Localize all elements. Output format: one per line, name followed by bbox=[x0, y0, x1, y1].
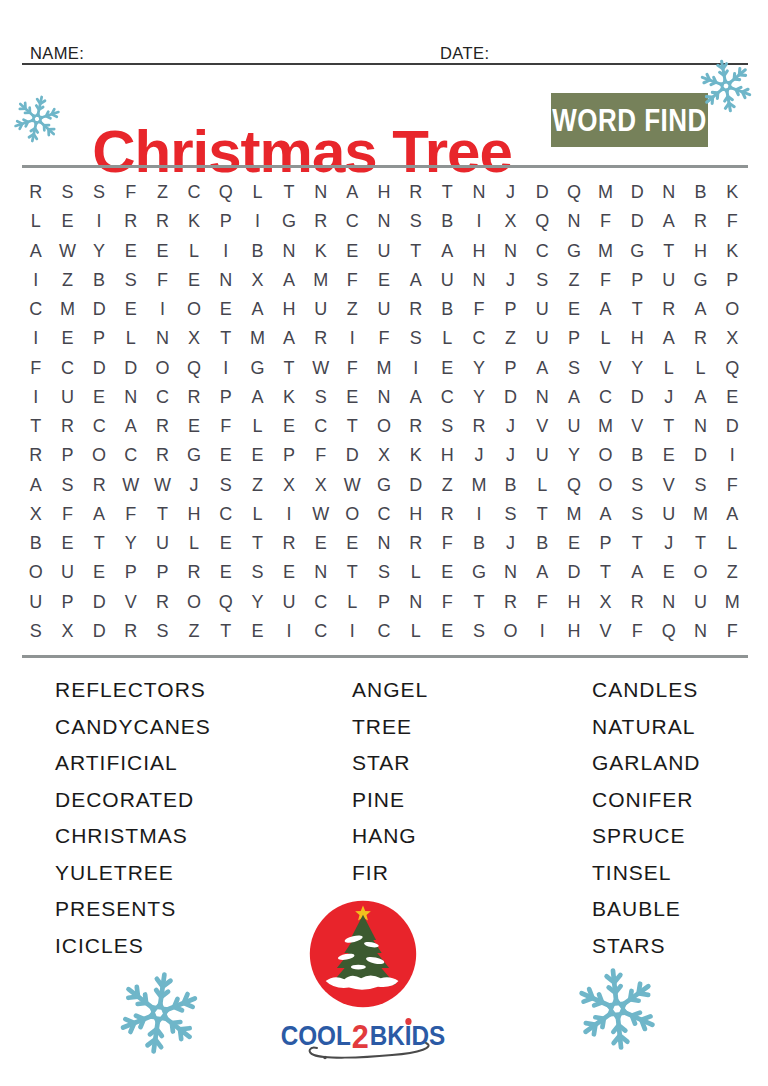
grid-cell[interactable]: E bbox=[210, 441, 242, 470]
grid-cell[interactable]: F bbox=[337, 354, 369, 383]
grid-cell[interactable]: F bbox=[716, 617, 748, 646]
grid-cell[interactable]: Y bbox=[242, 588, 274, 617]
grid-cell[interactable]: B bbox=[685, 178, 717, 207]
grid-cell[interactable]: R bbox=[685, 207, 717, 236]
grid-cell[interactable]: A bbox=[590, 500, 622, 529]
grid-cell[interactable]: L bbox=[400, 558, 432, 587]
grid-cell[interactable]: P bbox=[147, 558, 179, 587]
word-item[interactable]: STARS bbox=[592, 928, 701, 965]
grid-cell[interactable]: L bbox=[685, 354, 717, 383]
grid-cell[interactable]: K bbox=[273, 383, 305, 412]
grid-cell[interactable]: P bbox=[210, 207, 242, 236]
grid-cell[interactable]: A bbox=[716, 500, 748, 529]
grid-cell[interactable]: Y bbox=[463, 383, 495, 412]
grid-cell[interactable]: A bbox=[337, 178, 369, 207]
grid-cell[interactable]: I bbox=[20, 266, 52, 295]
grid-cell[interactable]: Z bbox=[178, 617, 210, 646]
grid-cell[interactable]: B bbox=[242, 237, 274, 266]
grid-cell[interactable]: K bbox=[400, 441, 432, 470]
grid-cell[interactable]: D bbox=[685, 441, 717, 470]
grid-cell[interactable]: P bbox=[590, 529, 622, 558]
grid-cell[interactable]: X bbox=[178, 324, 210, 353]
grid-cell[interactable]: E bbox=[653, 441, 685, 470]
grid-cell[interactable]: U bbox=[431, 266, 463, 295]
grid-cell[interactable]: N bbox=[526, 383, 558, 412]
grid-cell[interactable]: U bbox=[653, 266, 685, 295]
grid-cell[interactable]: S bbox=[558, 354, 590, 383]
grid-cell[interactable]: P bbox=[558, 324, 590, 353]
grid-cell[interactable]: Z bbox=[716, 558, 748, 587]
grid-cell[interactable]: H bbox=[558, 617, 590, 646]
word-item[interactable]: PINE bbox=[352, 782, 428, 819]
grid-cell[interactable]: E bbox=[653, 558, 685, 587]
grid-cell[interactable]: N bbox=[685, 617, 717, 646]
grid-cell[interactable]: X bbox=[242, 266, 274, 295]
grid-cell[interactable]: M bbox=[463, 471, 495, 500]
grid-cell[interactable]: U bbox=[526, 295, 558, 324]
grid-cell[interactable]: V bbox=[526, 412, 558, 441]
grid-cell[interactable]: D bbox=[115, 354, 147, 383]
grid-cell[interactable]: R bbox=[115, 207, 147, 236]
grid-cell[interactable]: T bbox=[83, 529, 115, 558]
grid-cell[interactable]: T bbox=[653, 412, 685, 441]
grid-cell[interactable]: S bbox=[368, 558, 400, 587]
grid-cell[interactable]: L bbox=[242, 500, 274, 529]
word-item[interactable]: BAUBLE bbox=[592, 891, 701, 928]
grid-cell[interactable]: Y bbox=[463, 354, 495, 383]
grid-cell[interactable]: L bbox=[20, 207, 52, 236]
grid-cell[interactable]: H bbox=[400, 500, 432, 529]
grid-cell[interactable]: E bbox=[178, 412, 210, 441]
grid-cell[interactable]: U bbox=[526, 441, 558, 470]
grid-cell[interactable]: G bbox=[368, 471, 400, 500]
grid-cell[interactable]: F bbox=[115, 178, 147, 207]
grid-cell[interactable]: M bbox=[590, 178, 622, 207]
grid-cell[interactable]: Q bbox=[526, 207, 558, 236]
grid-cell[interactable]: J bbox=[653, 383, 685, 412]
grid-cell[interactable]: F bbox=[20, 354, 52, 383]
word-item[interactable]: ICICLES bbox=[55, 928, 211, 965]
grid-cell[interactable]: L bbox=[590, 324, 622, 353]
grid-cell[interactable]: D bbox=[558, 558, 590, 587]
name-date-line[interactable] bbox=[22, 63, 748, 65]
grid-cell[interactable]: O bbox=[495, 617, 527, 646]
grid-cell[interactable]: X bbox=[305, 471, 337, 500]
grid-cell[interactable]: C bbox=[305, 617, 337, 646]
grid-cell[interactable]: W bbox=[337, 471, 369, 500]
grid-cell[interactable]: J bbox=[495, 178, 527, 207]
grid-cell[interactable]: T bbox=[20, 412, 52, 441]
grid-cell[interactable]: E bbox=[273, 412, 305, 441]
grid-cell[interactable]: P bbox=[716, 266, 748, 295]
grid-cell[interactable]: O bbox=[590, 441, 622, 470]
grid-cell[interactable]: Z bbox=[337, 295, 369, 324]
grid-cell[interactable]: L bbox=[431, 324, 463, 353]
grid-cell[interactable]: E bbox=[242, 441, 274, 470]
grid-cell[interactable]: L bbox=[653, 354, 685, 383]
grid-cell[interactable]: M bbox=[716, 588, 748, 617]
grid-cell[interactable]: R bbox=[495, 588, 527, 617]
grid-cell[interactable]: B bbox=[431, 295, 463, 324]
grid-cell[interactable]: N bbox=[558, 207, 590, 236]
grid-cell[interactable]: E bbox=[147, 237, 179, 266]
grid-cell[interactable]: A bbox=[685, 295, 717, 324]
grid-cell[interactable]: J bbox=[495, 266, 527, 295]
grid-cell[interactable]: G bbox=[621, 237, 653, 266]
grid-cell[interactable]: Q bbox=[558, 178, 590, 207]
grid-cell[interactable]: I bbox=[337, 324, 369, 353]
grid-cell[interactable]: I bbox=[83, 207, 115, 236]
grid-cell[interactable]: A bbox=[400, 383, 432, 412]
grid-cell[interactable]: T bbox=[621, 529, 653, 558]
grid-cell[interactable]: E bbox=[115, 237, 147, 266]
grid-cell[interactable]: A bbox=[242, 295, 274, 324]
grid-cell[interactable]: O bbox=[147, 354, 179, 383]
grid-cell[interactable]: N bbox=[115, 383, 147, 412]
grid-cell[interactable]: X bbox=[52, 617, 84, 646]
grid-cell[interactable]: B bbox=[83, 266, 115, 295]
grid-cell[interactable]: I bbox=[20, 324, 52, 353]
grid-cell[interactable]: E bbox=[210, 295, 242, 324]
grid-cell[interactable]: V bbox=[590, 617, 622, 646]
grid-cell[interactable]: S bbox=[685, 471, 717, 500]
grid-cell[interactable]: T bbox=[526, 500, 558, 529]
grid-cell[interactable]: J bbox=[495, 529, 527, 558]
grid-cell[interactable]: D bbox=[83, 588, 115, 617]
grid-cell[interactable]: S bbox=[52, 471, 84, 500]
grid-cell[interactable]: R bbox=[400, 529, 432, 558]
grid-cell[interactable]: I bbox=[242, 207, 274, 236]
grid-cell[interactable]: M bbox=[590, 412, 622, 441]
grid-cell[interactable]: M bbox=[242, 324, 274, 353]
grid-cell[interactable]: T bbox=[210, 324, 242, 353]
grid-cell[interactable]: O bbox=[83, 441, 115, 470]
grid-cell[interactable]: I bbox=[147, 295, 179, 324]
grid-cell[interactable]: R bbox=[400, 412, 432, 441]
grid-cell[interactable]: O bbox=[337, 500, 369, 529]
grid-cell[interactable]: S bbox=[242, 558, 274, 587]
grid-cell[interactable]: T bbox=[337, 558, 369, 587]
grid-cell[interactable]: E bbox=[52, 207, 84, 236]
word-item[interactable]: FIR bbox=[352, 855, 428, 892]
grid-cell[interactable]: Q bbox=[653, 617, 685, 646]
grid-cell[interactable]: C bbox=[463, 324, 495, 353]
grid-cell[interactable]: C bbox=[178, 178, 210, 207]
grid-cell[interactable]: Q bbox=[178, 354, 210, 383]
grid-cell[interactable]: J bbox=[463, 441, 495, 470]
grid-cell[interactable]: P bbox=[210, 383, 242, 412]
grid-cell[interactable]: R bbox=[147, 207, 179, 236]
grid-cell[interactable]: F bbox=[621, 617, 653, 646]
word-item[interactable]: CHRISTMAS bbox=[55, 818, 211, 855]
grid-cell[interactable]: J bbox=[653, 529, 685, 558]
grid-cell[interactable]: U bbox=[273, 588, 305, 617]
grid-cell[interactable]: P bbox=[115, 558, 147, 587]
grid-cell[interactable]: Z bbox=[558, 266, 590, 295]
grid-cell[interactable]: R bbox=[305, 207, 337, 236]
grid-cell[interactable]: X bbox=[716, 324, 748, 353]
grid-cell[interactable]: H bbox=[368, 178, 400, 207]
grid-cell[interactable]: E bbox=[337, 383, 369, 412]
grid-cell[interactable]: N bbox=[210, 266, 242, 295]
grid-cell[interactable]: U bbox=[20, 588, 52, 617]
grid-cell[interactable]: T bbox=[210, 617, 242, 646]
word-item[interactable]: CONIFER bbox=[592, 782, 701, 819]
grid-cell[interactable]: Z bbox=[147, 178, 179, 207]
grid-cell[interactable]: F bbox=[210, 412, 242, 441]
grid-cell[interactable]: O bbox=[368, 412, 400, 441]
grid-cell[interactable]: J bbox=[178, 471, 210, 500]
grid-cell[interactable]: T bbox=[685, 529, 717, 558]
grid-cell[interactable]: L bbox=[242, 178, 274, 207]
grid-cell[interactable]: Q bbox=[210, 588, 242, 617]
grid-cell[interactable]: Q bbox=[210, 178, 242, 207]
grid-cell[interactable]: A bbox=[431, 237, 463, 266]
grid-cell[interactable]: U bbox=[368, 237, 400, 266]
grid-cell[interactable]: C bbox=[368, 500, 400, 529]
word-item[interactable]: GARLAND bbox=[592, 745, 701, 782]
grid-cell[interactable]: R bbox=[273, 529, 305, 558]
grid-cell[interactable]: V bbox=[621, 412, 653, 441]
grid-cell[interactable]: R bbox=[20, 441, 52, 470]
grid-cell[interactable]: E bbox=[337, 237, 369, 266]
grid-cell[interactable]: E bbox=[242, 617, 274, 646]
grid-cell[interactable]: T bbox=[273, 354, 305, 383]
grid-cell[interactable]: C bbox=[305, 412, 337, 441]
grid-cell[interactable]: A bbox=[653, 324, 685, 353]
grid-cell[interactable]: Y bbox=[115, 529, 147, 558]
grid-cell[interactable]: T bbox=[242, 529, 274, 558]
grid-cell[interactable]: N bbox=[463, 178, 495, 207]
grid-cell[interactable]: R bbox=[83, 471, 115, 500]
grid-cell[interactable]: D bbox=[83, 354, 115, 383]
grid-cell[interactable]: S bbox=[463, 617, 495, 646]
grid-cell[interactable]: G bbox=[685, 266, 717, 295]
grid-cell[interactable]: V bbox=[653, 471, 685, 500]
grid-cell[interactable]: R bbox=[463, 412, 495, 441]
grid-cell[interactable]: F bbox=[716, 207, 748, 236]
grid-cell[interactable]: W bbox=[115, 471, 147, 500]
grid-cell[interactable]: E bbox=[83, 383, 115, 412]
grid-cell[interactable]: P bbox=[273, 441, 305, 470]
grid-cell[interactable]: C bbox=[210, 500, 242, 529]
grid-cell[interactable]: E bbox=[558, 295, 590, 324]
grid-cell[interactable]: K bbox=[716, 178, 748, 207]
grid-cell[interactable]: E bbox=[431, 354, 463, 383]
grid-cell[interactable]: P bbox=[52, 588, 84, 617]
grid-cell[interactable]: O bbox=[20, 558, 52, 587]
grid-cell[interactable]: B bbox=[463, 529, 495, 558]
grid-cell[interactable]: I bbox=[463, 207, 495, 236]
grid-cell[interactable]: A bbox=[273, 266, 305, 295]
grid-cell[interactable]: U bbox=[368, 295, 400, 324]
word-item[interactable]: DECORATED bbox=[55, 782, 211, 819]
grid-cell[interactable]: V bbox=[115, 588, 147, 617]
grid-cell[interactable]: A bbox=[621, 558, 653, 587]
grid-cell[interactable]: F bbox=[368, 324, 400, 353]
grid-cell[interactable]: E bbox=[115, 295, 147, 324]
grid-cell[interactable]: U bbox=[147, 529, 179, 558]
grid-cell[interactable]: E bbox=[210, 558, 242, 587]
grid-cell[interactable]: D bbox=[83, 295, 115, 324]
grid-cell[interactable]: R bbox=[653, 295, 685, 324]
grid-cell[interactable]: I bbox=[20, 383, 52, 412]
grid-cell[interactable]: H bbox=[621, 324, 653, 353]
grid-cell[interactable]: C bbox=[20, 295, 52, 324]
grid-cell[interactable]: A bbox=[526, 354, 558, 383]
grid-cell[interactable]: N bbox=[653, 178, 685, 207]
grid-cell[interactable]: S bbox=[431, 412, 463, 441]
grid-cell[interactable]: W bbox=[305, 500, 337, 529]
grid-cell[interactable]: T bbox=[400, 237, 432, 266]
grid-cell[interactable]: B bbox=[20, 529, 52, 558]
grid-cell[interactable]: L bbox=[115, 324, 147, 353]
grid-cell[interactable]: F bbox=[115, 500, 147, 529]
grid-cell[interactable]: R bbox=[685, 324, 717, 353]
grid-cell[interactable]: S bbox=[495, 500, 527, 529]
grid-cell[interactable]: W bbox=[147, 471, 179, 500]
grid-cell[interactable]: F bbox=[431, 529, 463, 558]
grid-cell[interactable]: L bbox=[242, 412, 274, 441]
grid-cell[interactable]: C bbox=[52, 354, 84, 383]
grid-cell[interactable]: T bbox=[463, 588, 495, 617]
grid-cell[interactable]: I bbox=[400, 354, 432, 383]
grid-cell[interactable]: H bbox=[178, 500, 210, 529]
grid-cell[interactable]: S bbox=[621, 500, 653, 529]
grid-cell[interactable]: A bbox=[400, 266, 432, 295]
grid-cell[interactable]: U bbox=[305, 295, 337, 324]
word-item[interactable]: TINSEL bbox=[592, 855, 701, 892]
word-item[interactable]: NATURAL bbox=[592, 709, 701, 746]
grid-cell[interactable]: K bbox=[305, 237, 337, 266]
grid-cell[interactable]: T bbox=[653, 237, 685, 266]
grid-cell[interactable]: C bbox=[590, 383, 622, 412]
grid-cell[interactable]: U bbox=[653, 500, 685, 529]
grid-cell[interactable]: F bbox=[147, 266, 179, 295]
grid-cell[interactable]: L bbox=[178, 529, 210, 558]
grid-cell[interactable]: V bbox=[590, 354, 622, 383]
grid-cell[interactable]: Q bbox=[558, 471, 590, 500]
grid-cell[interactable]: Z bbox=[431, 471, 463, 500]
grid-cell[interactable]: R bbox=[147, 441, 179, 470]
grid-cell[interactable]: G bbox=[463, 558, 495, 587]
grid-cell[interactable]: F bbox=[716, 471, 748, 500]
word-item[interactable]: STAR bbox=[352, 745, 428, 782]
grid-cell[interactable]: C bbox=[115, 441, 147, 470]
grid-cell[interactable]: P bbox=[495, 295, 527, 324]
grid-cell[interactable]: N bbox=[273, 237, 305, 266]
word-item[interactable]: CANDYCANES bbox=[55, 709, 211, 746]
grid-cell[interactable]: W bbox=[305, 354, 337, 383]
grid-cell[interactable]: H bbox=[431, 441, 463, 470]
grid-cell[interactable]: R bbox=[115, 617, 147, 646]
grid-cell[interactable]: X bbox=[495, 207, 527, 236]
grid-cell[interactable]: F bbox=[305, 441, 337, 470]
grid-cell[interactable]: Y bbox=[621, 354, 653, 383]
grid-cell[interactable]: R bbox=[400, 295, 432, 324]
grid-cell[interactable]: C bbox=[368, 617, 400, 646]
grid-cell[interactable]: R bbox=[431, 500, 463, 529]
grid-cell[interactable]: O bbox=[716, 295, 748, 324]
grid-cell[interactable]: Z bbox=[52, 266, 84, 295]
grid-cell[interactable]: L bbox=[716, 529, 748, 558]
grid-cell[interactable]: F bbox=[590, 266, 622, 295]
grid-cell[interactable]: B bbox=[495, 471, 527, 500]
grid-cell[interactable]: B bbox=[621, 441, 653, 470]
grid-cell[interactable]: S bbox=[52, 178, 84, 207]
grid-cell[interactable]: R bbox=[621, 588, 653, 617]
grid-cell[interactable]: R bbox=[20, 178, 52, 207]
grid-cell[interactable]: S bbox=[20, 617, 52, 646]
grid-cell[interactable]: E bbox=[337, 529, 369, 558]
grid-cell[interactable]: B bbox=[526, 529, 558, 558]
grid-cell[interactable]: D bbox=[621, 383, 653, 412]
grid-cell[interactable]: N bbox=[653, 588, 685, 617]
grid-cell[interactable]: Y bbox=[558, 441, 590, 470]
grid-cell[interactable]: I bbox=[273, 617, 305, 646]
grid-cell[interactable]: A bbox=[273, 324, 305, 353]
grid-cell[interactable]: E bbox=[431, 558, 463, 587]
grid-cell[interactable]: G bbox=[273, 207, 305, 236]
grid-cell[interactable]: S bbox=[147, 617, 179, 646]
grid-cell[interactable]: S bbox=[83, 178, 115, 207]
grid-cell[interactable]: E bbox=[83, 558, 115, 587]
grid-cell[interactable]: C bbox=[431, 383, 463, 412]
grid-cell[interactable]: A bbox=[685, 383, 717, 412]
word-item[interactable]: ANGEL bbox=[352, 672, 428, 709]
grid-cell[interactable]: I bbox=[526, 617, 558, 646]
grid-cell[interactable]: K bbox=[716, 237, 748, 266]
grid-cell[interactable]: E bbox=[431, 617, 463, 646]
grid-cell[interactable]: N bbox=[495, 558, 527, 587]
grid-cell[interactable]: H bbox=[685, 237, 717, 266]
grid-cell[interactable]: A bbox=[590, 295, 622, 324]
word-item[interactable]: TREE bbox=[352, 709, 428, 746]
word-item[interactable]: REFLECTORS bbox=[55, 672, 211, 709]
grid-cell[interactable]: E bbox=[210, 529, 242, 558]
grid-cell[interactable]: D bbox=[526, 178, 558, 207]
grid-cell[interactable]: X bbox=[590, 588, 622, 617]
grid-cell[interactable]: D bbox=[400, 471, 432, 500]
grid-cell[interactable]: M bbox=[305, 266, 337, 295]
grid-cell[interactable]: R bbox=[147, 588, 179, 617]
grid-cell[interactable]: C bbox=[337, 207, 369, 236]
grid-cell[interactable]: M bbox=[558, 500, 590, 529]
grid-cell[interactable]: N bbox=[368, 383, 400, 412]
grid-cell[interactable]: N bbox=[400, 588, 432, 617]
grid-cell[interactable]: P bbox=[621, 266, 653, 295]
grid-cell[interactable]: S bbox=[621, 471, 653, 500]
grid-cell[interactable]: D bbox=[495, 383, 527, 412]
grid-cell[interactable]: R bbox=[52, 412, 84, 441]
grid-cell[interactable]: D bbox=[337, 441, 369, 470]
grid-cell[interactable]: C bbox=[147, 383, 179, 412]
grid-cell[interactable]: A bbox=[653, 207, 685, 236]
grid-cell[interactable]: H bbox=[463, 237, 495, 266]
grid-cell[interactable]: N bbox=[305, 558, 337, 587]
grid-cell[interactable]: T bbox=[273, 178, 305, 207]
grid-cell[interactable]: O bbox=[178, 588, 210, 617]
grid-cell[interactable]: E bbox=[52, 324, 84, 353]
grid-cell[interactable]: E bbox=[273, 558, 305, 587]
grid-cell[interactable]: U bbox=[52, 383, 84, 412]
grid-cell[interactable]: N bbox=[463, 266, 495, 295]
grid-cell[interactable]: N bbox=[368, 207, 400, 236]
grid-cell[interactable]: X bbox=[273, 471, 305, 500]
grid-cell[interactable]: S bbox=[526, 266, 558, 295]
grid-cell[interactable]: A bbox=[20, 471, 52, 500]
grid-cell[interactable]: K bbox=[178, 207, 210, 236]
